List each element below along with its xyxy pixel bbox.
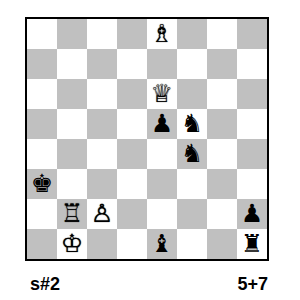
- piece-black-rook: ♜: [237, 229, 267, 259]
- square-b1[interactable]: ♔: [57, 229, 87, 259]
- square-f5[interactable]: ♞: [177, 109, 207, 139]
- piece-black-king: ♚: [27, 169, 57, 199]
- square-a8[interactable]: [27, 19, 57, 49]
- square-g8[interactable]: [207, 19, 237, 49]
- square-d8[interactable]: [117, 19, 147, 49]
- piece-black-bishop: ♝: [147, 229, 177, 259]
- square-h4[interactable]: [237, 139, 267, 169]
- square-c6[interactable]: [87, 79, 117, 109]
- square-d2[interactable]: [117, 199, 147, 229]
- square-g3[interactable]: [207, 169, 237, 199]
- square-f4[interactable]: ♞: [177, 139, 207, 169]
- square-c8[interactable]: [87, 19, 117, 49]
- chess-diagram: ♗♕♟♞♞♚♖♙♟♔♝♜: [25, 17, 269, 261]
- square-b4[interactable]: [57, 139, 87, 169]
- square-a6[interactable]: [27, 79, 57, 109]
- square-b3[interactable]: [57, 169, 87, 199]
- square-c4[interactable]: [87, 139, 117, 169]
- square-d4[interactable]: [117, 139, 147, 169]
- square-g7[interactable]: [207, 49, 237, 79]
- square-e5[interactable]: ♟: [147, 109, 177, 139]
- chess-board: ♗♕♟♞♞♚♖♙♟♔♝♜: [25, 17, 269, 261]
- square-c3[interactable]: [87, 169, 117, 199]
- square-h8[interactable]: [237, 19, 267, 49]
- square-f7[interactable]: [177, 49, 207, 79]
- square-h6[interactable]: [237, 79, 267, 109]
- square-h3[interactable]: [237, 169, 267, 199]
- square-d5[interactable]: [117, 109, 147, 139]
- piece-count-label: 5+7: [237, 274, 269, 295]
- square-h5[interactable]: [237, 109, 267, 139]
- square-f1[interactable]: [177, 229, 207, 259]
- square-c2[interactable]: ♙: [87, 199, 117, 229]
- square-f8[interactable]: [177, 19, 207, 49]
- square-b6[interactable]: [57, 79, 87, 109]
- stipulation-label: s#2: [25, 274, 60, 295]
- square-c1[interactable]: [87, 229, 117, 259]
- square-f6[interactable]: [177, 79, 207, 109]
- square-a7[interactable]: [27, 49, 57, 79]
- square-d7[interactable]: [117, 49, 147, 79]
- square-a1[interactable]: [27, 229, 57, 259]
- square-b8[interactable]: [57, 19, 87, 49]
- square-e3[interactable]: [147, 169, 177, 199]
- square-g2[interactable]: [207, 199, 237, 229]
- piece-white-bishop: ♗: [147, 19, 177, 49]
- square-h1[interactable]: ♜: [237, 229, 267, 259]
- piece-black-pawn: ♟: [237, 199, 267, 229]
- square-h2[interactable]: ♟: [237, 199, 267, 229]
- square-e1[interactable]: ♝: [147, 229, 177, 259]
- square-a5[interactable]: [27, 109, 57, 139]
- square-d6[interactable]: [117, 79, 147, 109]
- square-c7[interactable]: [87, 49, 117, 79]
- square-e4[interactable]: [147, 139, 177, 169]
- square-g5[interactable]: [207, 109, 237, 139]
- piece-white-king: ♔: [57, 229, 87, 259]
- square-e6[interactable]: ♕: [147, 79, 177, 109]
- piece-black-knight: ♞: [177, 109, 207, 139]
- square-e2[interactable]: [147, 199, 177, 229]
- square-e7[interactable]: [147, 49, 177, 79]
- square-a4[interactable]: [27, 139, 57, 169]
- square-f3[interactable]: [177, 169, 207, 199]
- square-b5[interactable]: [57, 109, 87, 139]
- diagram-caption: s#2 5+7: [25, 274, 269, 295]
- square-d1[interactable]: [117, 229, 147, 259]
- square-h7[interactable]: [237, 49, 267, 79]
- square-a2[interactable]: [27, 199, 57, 229]
- piece-white-rook: ♖: [57, 199, 87, 229]
- square-f2[interactable]: [177, 199, 207, 229]
- piece-black-pawn: ♟: [147, 109, 177, 139]
- square-a3[interactable]: ♚: [27, 169, 57, 199]
- piece-black-knight: ♞: [177, 139, 207, 169]
- square-g1[interactable]: [207, 229, 237, 259]
- piece-white-pawn: ♙: [87, 199, 117, 229]
- square-g4[interactable]: [207, 139, 237, 169]
- square-d3[interactable]: [117, 169, 147, 199]
- square-b7[interactable]: [57, 49, 87, 79]
- piece-white-queen: ♕: [147, 79, 177, 109]
- square-g6[interactable]: [207, 79, 237, 109]
- square-c5[interactable]: [87, 109, 117, 139]
- square-b2[interactable]: ♖: [57, 199, 87, 229]
- square-e8[interactable]: ♗: [147, 19, 177, 49]
